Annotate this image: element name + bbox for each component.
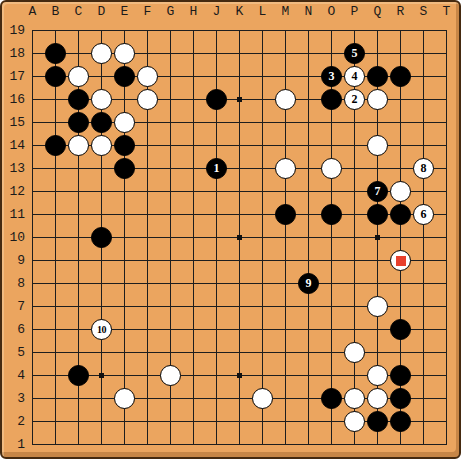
white-stone-E18 xyxy=(114,43,135,64)
black-stone-C16 xyxy=(68,89,89,110)
black-stone-D15 xyxy=(91,112,112,133)
row-label-9: 9 xyxy=(2,253,25,269)
black-stone-J13: 1 xyxy=(206,158,227,179)
row-label-2: 2 xyxy=(2,414,25,430)
row-label-18: 18 xyxy=(2,46,25,62)
column-label-P: P xyxy=(344,4,366,20)
black-stone-O11 xyxy=(321,204,342,225)
move-number-5: 5 xyxy=(352,44,358,63)
black-stone-D10 xyxy=(91,227,112,248)
column-label-N: N xyxy=(298,4,320,20)
row-label-13: 13 xyxy=(2,161,25,177)
white-stone-P3 xyxy=(344,388,365,409)
move-number-1: 1 xyxy=(214,159,220,178)
black-stone-C4 xyxy=(68,365,89,386)
white-stone-S13: 8 xyxy=(413,158,434,179)
white-stone-L3 xyxy=(252,388,273,409)
row-label-8: 8 xyxy=(2,276,25,292)
row-label-11: 11 xyxy=(2,207,25,223)
white-stone-S11: 6 xyxy=(413,204,434,225)
row-label-17: 17 xyxy=(2,69,25,85)
white-stone-D16 xyxy=(91,89,112,110)
white-stone-P17: 4 xyxy=(344,66,365,87)
black-stone-J16 xyxy=(206,89,227,110)
column-label-L: L xyxy=(252,4,274,20)
white-stone-D18 xyxy=(91,43,112,64)
row-label-12: 12 xyxy=(2,184,25,200)
black-stone-B18 xyxy=(45,43,66,64)
move-number-4: 4 xyxy=(352,67,358,86)
black-stone-E17 xyxy=(114,66,135,87)
column-label-Q: Q xyxy=(367,4,389,20)
star-point-K16 xyxy=(237,97,242,102)
black-stone-R17 xyxy=(390,66,411,87)
black-stone-Q12: 7 xyxy=(367,181,388,202)
row-label-5: 5 xyxy=(2,345,25,361)
column-label-G: G xyxy=(160,4,182,20)
white-stone-Q7 xyxy=(367,296,388,317)
black-stone-M11 xyxy=(275,204,296,225)
white-stone-R9 xyxy=(390,250,411,271)
white-stone-R12 xyxy=(390,181,411,202)
column-label-T: T xyxy=(436,4,458,20)
white-stone-G4 xyxy=(160,365,181,386)
move-number-8: 8 xyxy=(421,159,427,178)
column-label-J: J xyxy=(206,4,228,20)
move-number-2: 2 xyxy=(352,90,358,109)
white-stone-D6: 10 xyxy=(91,319,112,340)
star-point-K10 xyxy=(237,235,242,240)
column-label-B: B xyxy=(45,4,67,20)
row-label-1: 1 xyxy=(2,437,25,453)
black-stone-O16 xyxy=(321,89,342,110)
row-label-16: 16 xyxy=(2,92,25,108)
black-stone-E13 xyxy=(114,158,135,179)
black-stone-Q2 xyxy=(367,411,388,432)
row-label-6: 6 xyxy=(2,322,25,338)
black-stone-R4 xyxy=(390,365,411,386)
white-stone-F17 xyxy=(137,66,158,87)
black-stone-Q17 xyxy=(367,66,388,87)
star-point-K4 xyxy=(237,373,242,378)
column-label-O: O xyxy=(321,4,343,20)
white-stone-O13 xyxy=(321,158,342,179)
white-stone-F16 xyxy=(137,89,158,110)
white-stone-P16: 2 xyxy=(344,89,365,110)
column-label-H: H xyxy=(183,4,205,20)
black-stone-R2 xyxy=(390,411,411,432)
white-stone-E3 xyxy=(114,388,135,409)
white-stone-D14 xyxy=(91,135,112,156)
move-number-3: 3 xyxy=(329,67,335,86)
column-label-D: D xyxy=(91,4,113,20)
row-label-19: 19 xyxy=(2,23,25,39)
column-label-M: M xyxy=(275,4,297,20)
white-stone-M13 xyxy=(275,158,296,179)
black-stone-B17 xyxy=(45,66,66,87)
move-number-6: 6 xyxy=(421,205,427,224)
move-number-9: 9 xyxy=(306,274,312,293)
white-stone-M16 xyxy=(275,89,296,110)
white-stone-Q4 xyxy=(367,365,388,386)
black-stone-R6 xyxy=(390,319,411,340)
move-number-7: 7 xyxy=(375,182,381,201)
black-stone-P18: 5 xyxy=(344,43,365,64)
white-stone-Q14 xyxy=(367,135,388,156)
black-stone-O17: 3 xyxy=(321,66,342,87)
go-board-diagram: ABCDEFGHJKLMNOPQRST 19181716151413121110… xyxy=(0,0,461,459)
row-label-15: 15 xyxy=(2,115,25,131)
white-stone-E15 xyxy=(114,112,135,133)
move-number-10: 10 xyxy=(97,320,106,339)
star-point-Q10 xyxy=(375,235,380,240)
black-stone-O3 xyxy=(321,388,342,409)
white-stone-P2 xyxy=(344,411,365,432)
row-label-3: 3 xyxy=(2,391,25,407)
column-label-K: K xyxy=(229,4,251,20)
black-stone-N8: 9 xyxy=(298,273,319,294)
white-stone-P5 xyxy=(344,342,365,363)
black-stone-R3 xyxy=(390,388,411,409)
white-stone-C14 xyxy=(68,135,89,156)
row-label-10: 10 xyxy=(2,230,25,246)
black-stone-C15 xyxy=(68,112,89,133)
row-label-7: 7 xyxy=(2,299,25,315)
star-point-D4 xyxy=(99,373,104,378)
white-stone-Q3 xyxy=(367,388,388,409)
column-label-S: S xyxy=(413,4,435,20)
white-stone-Q16 xyxy=(367,89,388,110)
black-stone-E14 xyxy=(114,135,135,156)
column-label-A: A xyxy=(22,4,44,20)
red-square-marker xyxy=(396,256,406,266)
column-label-F: F xyxy=(137,4,159,20)
black-stone-Q11 xyxy=(367,204,388,225)
column-label-C: C xyxy=(68,4,90,20)
row-label-4: 4 xyxy=(2,368,25,384)
column-label-E: E xyxy=(114,4,136,20)
row-label-14: 14 xyxy=(2,138,25,154)
column-label-R: R xyxy=(390,4,412,20)
black-stone-B14 xyxy=(45,135,66,156)
black-stone-R11 xyxy=(390,204,411,225)
white-stone-C17 xyxy=(68,66,89,87)
